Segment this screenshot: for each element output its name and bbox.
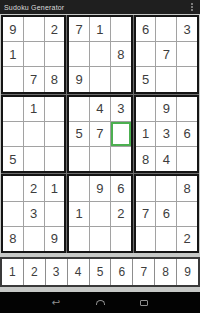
sudoku-cell-r7c5[interactable]: 9 — [90, 176, 110, 200]
picker-number-7[interactable]: 7 — [133, 259, 154, 285]
sudoku-cell-r4c6[interactable]: 3 — [111, 97, 131, 121]
sudoku-cell-r7c4[interactable] — [69, 176, 89, 200]
sudoku-cell-r2c2[interactable] — [24, 42, 44, 66]
picker-number-3[interactable]: 3 — [46, 259, 67, 285]
sudoku-cell-r9c6[interactable] — [111, 227, 131, 251]
sudoku-cell-r3c2[interactable]: 7 — [24, 67, 44, 91]
action-bar: Sudoku Generator — [0, 0, 200, 14]
sudoku-cell-r4c8[interactable]: 9 — [156, 97, 176, 121]
sudoku-cell-r1c8[interactable] — [156, 17, 176, 41]
sudoku-cell-r8c4[interactable]: 1 — [69, 202, 89, 226]
sudoku-cell-r7c3[interactable]: 1 — [45, 176, 65, 200]
sudoku-cell-r6c5[interactable] — [90, 147, 110, 171]
sudoku-cell-r6c8[interactable]: 4 — [156, 147, 176, 171]
sudoku-box: 7189 — [67, 15, 132, 94]
home-icon — [96, 300, 105, 305]
sudoku-box: 92178 — [1, 15, 66, 94]
sudoku-cell-r4c2[interactable]: 1 — [24, 97, 44, 121]
picker-number-9[interactable]: 9 — [177, 259, 198, 285]
sudoku-cell-r2c5[interactable] — [90, 42, 110, 66]
sudoku-cell-r1c6[interactable] — [111, 17, 131, 41]
sudoku-cell-r8c5[interactable] — [90, 202, 110, 226]
sudoku-box: 15 — [1, 95, 66, 174]
sudoku-cell-r2c1[interactable]: 1 — [3, 42, 23, 66]
sudoku-cell-r5c5[interactable]: 7 — [90, 122, 110, 146]
sudoku-cell-r8c9[interactable] — [177, 202, 197, 226]
sudoku-cell-r4c5[interactable]: 4 — [90, 97, 110, 121]
back-icon: ↩ — [52, 298, 60, 308]
sudoku-cell-r6c9[interactable] — [177, 147, 197, 171]
sudoku-cell-r7c6[interactable]: 6 — [111, 176, 131, 200]
sudoku-cell-r6c6[interactable] — [111, 147, 131, 171]
sudoku-cell-r2c8[interactable]: 7 — [156, 42, 176, 66]
number-picker: 123456789 — [0, 257, 200, 287]
sudoku-cell-r9c9[interactable]: 2 — [177, 227, 197, 251]
sudoku-cell-r2c4[interactable] — [69, 42, 89, 66]
sudoku-cell-r1c7[interactable]: 6 — [136, 17, 156, 41]
sudoku-box: 21389 — [1, 174, 66, 253]
sudoku-cell-r6c3[interactable] — [45, 147, 65, 171]
sudoku-cell-r5c6[interactable] — [111, 122, 131, 146]
sudoku-box: 4357 — [67, 95, 132, 174]
sudoku-cell-r7c9[interactable]: 8 — [177, 176, 197, 200]
sudoku-cell-r8c3[interactable] — [45, 202, 65, 226]
sudoku-cell-r5c2[interactable] — [24, 122, 44, 146]
sudoku-cell-r1c5[interactable]: 1 — [90, 17, 110, 41]
sudoku-cell-r5c9[interactable]: 6 — [177, 122, 197, 146]
sudoku-cell-r5c8[interactable]: 3 — [156, 122, 176, 146]
sudoku-cell-r8c1[interactable] — [3, 202, 23, 226]
sudoku-cell-r3c6[interactable] — [111, 67, 131, 91]
sudoku-box: 9612 — [67, 174, 132, 253]
sudoku-board: 92178718963751543579136842138996128762 — [1, 15, 199, 253]
sudoku-cell-r3c5[interactable] — [90, 67, 110, 91]
sudoku-cell-r8c7[interactable]: 7 — [136, 202, 156, 226]
app-title: Sudoku Generator — [4, 4, 188, 11]
sudoku-cell-r9c1[interactable]: 8 — [3, 227, 23, 251]
picker-number-6[interactable]: 6 — [111, 259, 132, 285]
sudoku-cell-r4c1[interactable] — [3, 97, 23, 121]
sudoku-cell-r6c1[interactable]: 5 — [3, 147, 23, 171]
picker-number-5[interactable]: 5 — [90, 259, 111, 285]
sudoku-cell-r5c3[interactable] — [45, 122, 65, 146]
picker-number-4[interactable]: 4 — [68, 259, 89, 285]
sudoku-cell-r9c8[interactable] — [156, 227, 176, 251]
sudoku-cell-r3c4[interactable]: 9 — [69, 67, 89, 91]
sudoku-cell-r3c7[interactable]: 5 — [136, 67, 156, 91]
sudoku-cell-r1c4[interactable]: 7 — [69, 17, 89, 41]
sudoku-cell-r1c3[interactable]: 2 — [45, 17, 65, 41]
sudoku-cell-r7c2[interactable]: 2 — [24, 176, 44, 200]
sudoku-cell-r1c9[interactable]: 3 — [177, 17, 197, 41]
overflow-menu-icon[interactable] — [188, 1, 196, 13]
sudoku-cell-r6c4[interactable] — [69, 147, 89, 171]
picker-number-1[interactable]: 1 — [2, 259, 23, 285]
sudoku-cell-r5c7[interactable]: 1 — [136, 122, 156, 146]
sudoku-cell-r4c3[interactable] — [45, 97, 65, 121]
sudoku-cell-r3c9[interactable] — [177, 67, 197, 91]
recents-button[interactable] — [137, 297, 151, 309]
sudoku-cell-r8c8[interactable]: 6 — [156, 202, 176, 226]
sudoku-cell-r2c9[interactable] — [177, 42, 197, 66]
sudoku-box: 913684 — [134, 95, 199, 174]
sudoku-cell-r3c8[interactable] — [156, 67, 176, 91]
sudoku-cell-r1c2[interactable] — [24, 17, 44, 41]
recents-icon — [140, 300, 148, 306]
sudoku-cell-r6c2[interactable] — [24, 147, 44, 171]
sudoku-cell-r7c1[interactable] — [3, 176, 23, 200]
sudoku-cell-r4c9[interactable] — [177, 97, 197, 121]
sudoku-cell-r3c1[interactable] — [3, 67, 23, 91]
sudoku-cell-r3c3[interactable]: 8 — [45, 67, 65, 91]
sudoku-cell-r1c1[interactable]: 9 — [3, 17, 23, 41]
android-nav-bar: ↩ — [0, 292, 200, 313]
sudoku-box: 8762 — [134, 174, 199, 253]
back-button[interactable]: ↩ — [49, 297, 63, 309]
sudoku-cell-r4c7[interactable] — [136, 97, 156, 121]
sudoku-cell-r9c7[interactable] — [136, 227, 156, 251]
sudoku-cell-r5c4[interactable]: 5 — [69, 122, 89, 146]
sudoku-box: 6375 — [134, 15, 199, 94]
sudoku-cell-r5c1[interactable] — [3, 122, 23, 146]
sudoku-cell-r2c6[interactable]: 8 — [111, 42, 131, 66]
sudoku-cell-r8c6[interactable]: 2 — [111, 202, 131, 226]
sudoku-cell-r6c7[interactable]: 8 — [136, 147, 156, 171]
sudoku-cell-r9c5[interactable] — [90, 227, 110, 251]
sudoku-cell-r4c4[interactable] — [69, 97, 89, 121]
sudoku-cell-r2c3[interactable] — [45, 42, 65, 66]
sudoku-cell-r9c4[interactable] — [69, 227, 89, 251]
picker-number-2[interactable]: 2 — [24, 259, 45, 285]
sudoku-cell-r7c8[interactable] — [156, 176, 176, 200]
home-button[interactable] — [93, 297, 107, 309]
sudoku-cell-r2c7[interactable] — [136, 42, 156, 66]
sudoku-cell-r7c7[interactable] — [136, 176, 156, 200]
picker-number-8[interactable]: 8 — [155, 259, 176, 285]
sudoku-cell-r8c2[interactable]: 3 — [24, 202, 44, 226]
sudoku-cell-r9c2[interactable] — [24, 227, 44, 251]
sudoku-cell-r9c3[interactable]: 9 — [45, 227, 65, 251]
